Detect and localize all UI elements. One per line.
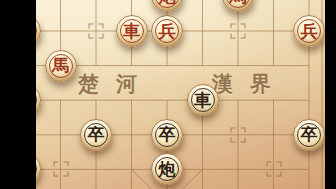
point-marker <box>89 24 104 39</box>
point-marker <box>53 162 68 177</box>
piece-glyph: 炮 <box>159 161 176 178</box>
river-label-chu: 楚河 <box>78 70 154 98</box>
piece-red-soldier[interactable]: 兵 <box>151 15 183 47</box>
piece-glyph: 卒 <box>159 126 176 143</box>
point-marker <box>231 127 246 142</box>
piece-black-soldier[interactable]: 卒 <box>151 119 183 151</box>
point-marker <box>231 24 246 39</box>
piece-glyph: 卒 <box>88 126 105 143</box>
piece-glyph: 炮 <box>159 0 176 5</box>
piece-black-soldier[interactable]: 卒 <box>80 119 112 151</box>
piece-red-chariot[interactable]: 車 <box>116 15 148 47</box>
letterbox-bar-right <box>325 0 336 189</box>
piece-black-chariot[interactable]: 車 <box>187 84 219 116</box>
piece-glyph: 車 <box>123 23 140 40</box>
piece-glyph: 卒 <box>301 126 318 143</box>
piece-glyph: 兵 <box>301 23 318 40</box>
piece-glyph: 馬 <box>52 57 69 74</box>
piece-black-soldier[interactable]: 卒 <box>293 119 325 151</box>
piece-ring <box>36 88 37 112</box>
point-marker <box>266 162 281 177</box>
game-screenshot: 楚河 漢界 炮馬兵車兵兵馬卒車卒卒卒炮炮 <box>0 0 336 189</box>
piece-red-horse[interactable]: 馬 <box>45 50 77 82</box>
xiangqi-board[interactable]: 楚河 漢界 炮馬兵車兵兵馬卒車卒卒卒炮炮 <box>36 0 325 189</box>
piece-glyph: 馬 <box>230 0 247 5</box>
piece-ring <box>36 157 37 181</box>
river-label-han: 漢界 <box>212 70 288 98</box>
piece-red-soldier[interactable]: 兵 <box>293 15 325 47</box>
piece-glyph: 兵 <box>159 23 176 40</box>
letterbox-bar-left <box>0 0 36 189</box>
piece-glyph: 車 <box>194 92 211 109</box>
piece-ring <box>36 19 37 43</box>
